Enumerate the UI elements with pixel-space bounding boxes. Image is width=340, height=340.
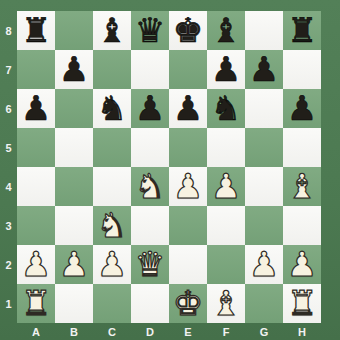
file-label-b: B — [55, 323, 93, 340]
piece-black-pawn-e6[interactable]: ♟ — [173, 91, 203, 125]
rank-label-5: 5 — [0, 128, 17, 167]
chess-board-frame: 87654321 ♜♝♛♚♝♜♟♟♟♟♞♟♟♞♟♞♟♟♝♞♟♟♟♛♟♟♜♚♝♜ … — [0, 0, 340, 340]
piece-black-bishop-c8[interactable]: ♝ — [97, 13, 127, 47]
square-e6[interactable]: ♟ — [169, 89, 207, 128]
square-f8[interactable]: ♝ — [207, 11, 245, 50]
square-c2[interactable]: ♟ — [93, 245, 131, 284]
piece-white-king-e1[interactable]: ♚ — [173, 286, 203, 320]
square-h6[interactable]: ♟ — [283, 89, 321, 128]
piece-white-pawn-h2[interactable]: ♟ — [287, 247, 317, 281]
square-a7[interactable] — [17, 50, 55, 89]
square-b1[interactable] — [55, 284, 93, 323]
rank-label-7: 7 — [0, 50, 17, 89]
piece-white-rook-a1[interactable]: ♜ — [21, 286, 51, 320]
square-a4[interactable] — [17, 167, 55, 206]
square-a8[interactable]: ♜ — [17, 11, 55, 50]
square-g5[interactable] — [245, 128, 283, 167]
piece-black-rook-a8[interactable]: ♜ — [21, 13, 51, 47]
piece-white-pawn-e4[interactable]: ♟ — [173, 169, 203, 203]
piece-black-queen-d8[interactable]: ♛ — [135, 13, 165, 47]
square-g6[interactable] — [245, 89, 283, 128]
file-label-d: D — [131, 323, 169, 340]
square-a2[interactable]: ♟ — [17, 245, 55, 284]
square-a5[interactable] — [17, 128, 55, 167]
piece-black-knight-c6[interactable]: ♞ — [97, 91, 127, 125]
file-label-h: H — [283, 323, 321, 340]
square-h2[interactable]: ♟ — [283, 245, 321, 284]
piece-black-pawn-a6[interactable]: ♟ — [21, 91, 51, 125]
square-h4[interactable]: ♝ — [283, 167, 321, 206]
square-d8[interactable]: ♛ — [131, 11, 169, 50]
square-f3[interactable] — [207, 206, 245, 245]
square-f5[interactable] — [207, 128, 245, 167]
square-f4[interactable]: ♟ — [207, 167, 245, 206]
square-c6[interactable]: ♞ — [93, 89, 131, 128]
square-d7[interactable] — [131, 50, 169, 89]
piece-black-pawn-g7[interactable]: ♟ — [249, 52, 279, 86]
square-c3[interactable]: ♞ — [93, 206, 131, 245]
square-e8[interactable]: ♚ — [169, 11, 207, 50]
rank-label-1: 1 — [0, 284, 17, 323]
square-f2[interactable] — [207, 245, 245, 284]
square-e7[interactable] — [169, 50, 207, 89]
square-f7[interactable]: ♟ — [207, 50, 245, 89]
piece-black-knight-f6[interactable]: ♞ — [211, 91, 241, 125]
piece-black-bishop-f8[interactable]: ♝ — [211, 13, 241, 47]
square-b8[interactable] — [55, 11, 93, 50]
rank-label-3: 3 — [0, 206, 17, 245]
file-labels: ABCDEFGH — [17, 323, 321, 340]
square-e2[interactable] — [169, 245, 207, 284]
piece-black-pawn-b7[interactable]: ♟ — [59, 52, 89, 86]
square-d5[interactable] — [131, 128, 169, 167]
piece-black-rook-h8[interactable]: ♜ — [287, 13, 317, 47]
square-c7[interactable] — [93, 50, 131, 89]
square-d1[interactable] — [131, 284, 169, 323]
piece-black-pawn-f7[interactable]: ♟ — [211, 52, 241, 86]
square-h7[interactable] — [283, 50, 321, 89]
square-d3[interactable] — [131, 206, 169, 245]
square-f6[interactable]: ♞ — [207, 89, 245, 128]
rank-label-2: 2 — [0, 245, 17, 284]
square-g1[interactable] — [245, 284, 283, 323]
file-label-a: A — [17, 323, 55, 340]
piece-white-pawn-b2[interactable]: ♟ — [59, 247, 89, 281]
piece-black-king-e8[interactable]: ♚ — [173, 13, 203, 47]
piece-white-knight-d4[interactable]: ♞ — [135, 169, 165, 203]
square-e5[interactable] — [169, 128, 207, 167]
piece-white-pawn-a2[interactable]: ♟ — [21, 247, 51, 281]
square-b7[interactable]: ♟ — [55, 50, 93, 89]
square-b5[interactable] — [55, 128, 93, 167]
square-d4[interactable]: ♞ — [131, 167, 169, 206]
square-c4[interactable] — [93, 167, 131, 206]
file-label-c: C — [93, 323, 131, 340]
square-h3[interactable] — [283, 206, 321, 245]
square-a1[interactable]: ♜ — [17, 284, 55, 323]
square-b6[interactable] — [55, 89, 93, 128]
square-a3[interactable] — [17, 206, 55, 245]
piece-white-pawn-f4[interactable]: ♟ — [211, 169, 241, 203]
square-c8[interactable]: ♝ — [93, 11, 131, 50]
square-g7[interactable]: ♟ — [245, 50, 283, 89]
square-h8[interactable]: ♜ — [283, 11, 321, 50]
piece-white-queen-d2[interactable]: ♛ — [135, 247, 165, 281]
piece-white-bishop-f1[interactable]: ♝ — [211, 286, 241, 320]
square-d6[interactable]: ♟ — [131, 89, 169, 128]
file-label-f: F — [207, 323, 245, 340]
square-d2[interactable]: ♛ — [131, 245, 169, 284]
file-label-g: G — [245, 323, 283, 340]
square-a6[interactable]: ♟ — [17, 89, 55, 128]
square-c5[interactable] — [93, 128, 131, 167]
square-g8[interactable] — [245, 11, 283, 50]
piece-white-rook-h1[interactable]: ♜ — [287, 286, 317, 320]
piece-white-bishop-h4[interactable]: ♝ — [287, 169, 317, 203]
square-g4[interactable] — [245, 167, 283, 206]
square-b3[interactable] — [55, 206, 93, 245]
rank-label-6: 6 — [0, 89, 17, 128]
file-label-e: E — [169, 323, 207, 340]
square-g2[interactable]: ♟ — [245, 245, 283, 284]
square-h1[interactable]: ♜ — [283, 284, 321, 323]
square-e1[interactable]: ♚ — [169, 284, 207, 323]
chess-board[interactable]: ♜♝♛♚♝♜♟♟♟♟♞♟♟♞♟♞♟♟♝♞♟♟♟♛♟♟♜♚♝♜ — [17, 11, 321, 323]
rank-label-4: 4 — [0, 167, 17, 206]
square-h5[interactable] — [283, 128, 321, 167]
piece-white-pawn-c2[interactable]: ♟ — [97, 247, 127, 281]
rank-labels: 87654321 — [0, 11, 17, 323]
piece-black-pawn-h6[interactable]: ♟ — [287, 91, 317, 125]
square-f1[interactable]: ♝ — [207, 284, 245, 323]
square-b2[interactable]: ♟ — [55, 245, 93, 284]
square-e4[interactable]: ♟ — [169, 167, 207, 206]
square-b4[interactable] — [55, 167, 93, 206]
square-e3[interactable] — [169, 206, 207, 245]
rank-label-8: 8 — [0, 11, 17, 50]
piece-black-pawn-d6[interactable]: ♟ — [135, 91, 165, 125]
square-g3[interactable] — [245, 206, 283, 245]
piece-white-knight-c3[interactable]: ♞ — [97, 208, 127, 242]
piece-white-pawn-g2[interactable]: ♟ — [249, 247, 279, 281]
square-c1[interactable] — [93, 284, 131, 323]
